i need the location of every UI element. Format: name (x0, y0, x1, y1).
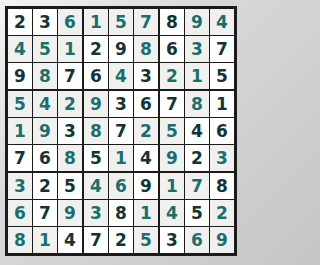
box-3-3: 178452369 (160, 173, 234, 253)
cell-r6c3[interactable]: 8 (58, 145, 82, 171)
cell-r7c1[interactable]: 3 (8, 173, 32, 199)
cell-r7c2[interactable]: 2 (33, 173, 57, 199)
cell-r3c6[interactable]: 3 (134, 63, 158, 89)
cell-r1c8[interactable]: 9 (185, 9, 209, 35)
cell-r6c8[interactable]: 2 (185, 145, 209, 171)
cell-r2c8[interactable]: 3 (185, 36, 209, 62)
cell-r9c3[interactable]: 4 (58, 227, 82, 253)
cell-r3c9[interactable]: 5 (210, 63, 234, 89)
cell-r9c8[interactable]: 6 (185, 227, 209, 253)
cell-r1c6[interactable]: 7 (134, 9, 158, 35)
cell-r8c5[interactable]: 8 (109, 200, 133, 226)
cell-r3c3[interactable]: 7 (58, 63, 82, 89)
cell-r1c7[interactable]: 8 (160, 9, 184, 35)
cell-r2c9[interactable]: 7 (210, 36, 234, 62)
cell-r2c2[interactable]: 5 (33, 36, 57, 62)
cell-r9c9[interactable]: 9 (210, 227, 234, 253)
cell-r7c3[interactable]: 5 (58, 173, 82, 199)
box-3-1: 325679814 (8, 173, 82, 253)
cell-r7c5[interactable]: 6 (109, 173, 133, 199)
cell-r1c4[interactable]: 1 (84, 9, 108, 35)
cell-r2c1[interactable]: 4 (8, 36, 32, 62)
cell-r2c4[interactable]: 2 (84, 36, 108, 62)
cell-r4c5[interactable]: 3 (109, 91, 133, 117)
cell-r9c5[interactable]: 2 (109, 227, 133, 253)
cell-r7c8[interactable]: 7 (185, 173, 209, 199)
cell-r4c7[interactable]: 7 (160, 91, 184, 117)
cell-r5c3[interactable]: 3 (58, 118, 82, 144)
cell-r9c2[interactable]: 1 (33, 227, 57, 253)
box-2-2: 936872514 (84, 91, 158, 171)
cell-r6c6[interactable]: 4 (134, 145, 158, 171)
cell-r4c3[interactable]: 2 (58, 91, 82, 117)
cell-r3c8[interactable]: 1 (185, 63, 209, 89)
cell-r8c6[interactable]: 1 (134, 200, 158, 226)
cell-r2c3[interactable]: 1 (58, 36, 82, 62)
cell-r6c2[interactable]: 6 (33, 145, 57, 171)
cell-r8c3[interactable]: 9 (58, 200, 82, 226)
cell-r3c5[interactable]: 4 (109, 63, 133, 89)
cell-r5c4[interactable]: 8 (84, 118, 108, 144)
cell-r8c1[interactable]: 6 (8, 200, 32, 226)
cell-r9c4[interactable]: 7 (84, 227, 108, 253)
cell-r7c6[interactable]: 9 (134, 173, 158, 199)
cell-r6c1[interactable]: 7 (8, 145, 32, 171)
cell-r1c3[interactable]: 6 (58, 9, 82, 35)
cell-r8c7[interactable]: 4 (160, 200, 184, 226)
cell-r5c7[interactable]: 5 (160, 118, 184, 144)
cell-r4c6[interactable]: 6 (134, 91, 158, 117)
cell-r9c1[interactable]: 8 (8, 227, 32, 253)
cell-r7c9[interactable]: 8 (210, 173, 234, 199)
cell-r1c9[interactable]: 4 (210, 9, 234, 35)
cell-r8c4[interactable]: 3 (84, 200, 108, 226)
cell-r1c2[interactable]: 3 (33, 9, 57, 35)
cell-r5c9[interactable]: 6 (210, 118, 234, 144)
cell-r4c4[interactable]: 9 (84, 91, 108, 117)
box-2-1: 542193768 (8, 91, 82, 171)
cell-r4c8[interactable]: 8 (185, 91, 209, 117)
cell-r5c8[interactable]: 4 (185, 118, 209, 144)
cell-r9c6[interactable]: 5 (134, 227, 158, 253)
cell-r3c7[interactable]: 2 (160, 63, 184, 89)
cell-r6c7[interactable]: 9 (160, 145, 184, 171)
cell-r5c6[interactable]: 2 (134, 118, 158, 144)
cell-r7c7[interactable]: 1 (160, 173, 184, 199)
cell-r2c5[interactable]: 9 (109, 36, 133, 62)
box-1-1: 236451987 (8, 9, 82, 89)
cell-r2c7[interactable]: 6 (160, 36, 184, 62)
cell-r5c1[interactable]: 1 (8, 118, 32, 144)
box-1-2: 157298643 (84, 9, 158, 89)
cell-r4c1[interactable]: 5 (8, 91, 32, 117)
cell-r6c9[interactable]: 3 (210, 145, 234, 171)
cell-r6c4[interactable]: 5 (84, 145, 108, 171)
box-1-3: 894637215 (160, 9, 234, 89)
cell-r9c7[interactable]: 3 (160, 227, 184, 253)
box-3-2: 469381725 (84, 173, 158, 253)
cell-r2c6[interactable]: 8 (134, 36, 158, 62)
cell-r1c5[interactable]: 5 (109, 9, 133, 35)
cell-r4c9[interactable]: 1 (210, 91, 234, 117)
cell-r4c2[interactable]: 4 (33, 91, 57, 117)
cell-r5c5[interactable]: 7 (109, 118, 133, 144)
cell-r5c2[interactable]: 9 (33, 118, 57, 144)
cell-r3c4[interactable]: 6 (84, 63, 108, 89)
cell-r7c4[interactable]: 4 (84, 173, 108, 199)
cell-r3c1[interactable]: 9 (8, 63, 32, 89)
box-2-3: 781546923 (160, 91, 234, 171)
cell-r1c1[interactable]: 2 (8, 9, 32, 35)
sudoku-board: 2364519871572986438946372155421937689368… (5, 6, 237, 256)
cell-r8c9[interactable]: 2 (210, 200, 234, 226)
cell-r8c8[interactable]: 5 (185, 200, 209, 226)
cell-r6c5[interactable]: 1 (109, 145, 133, 171)
cell-r8c2[interactable]: 7 (33, 200, 57, 226)
cell-r3c2[interactable]: 8 (33, 63, 57, 89)
